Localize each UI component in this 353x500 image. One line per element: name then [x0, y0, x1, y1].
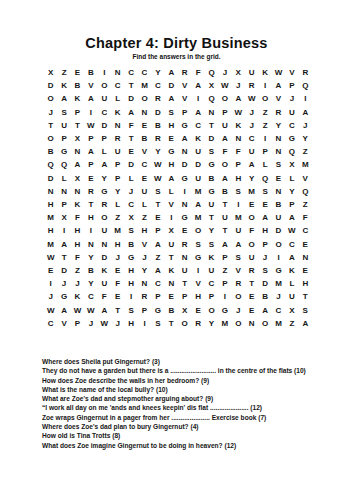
- grid-cell: D: [178, 158, 191, 171]
- grid-cell: C: [285, 119, 298, 132]
- grid-cell: R: [245, 264, 258, 277]
- grid-cell: A: [299, 317, 312, 330]
- question: Where does Sheila put Gingernut? (3): [42, 357, 343, 366]
- grid-cell: B: [71, 79, 84, 92]
- grid-cell: D: [124, 158, 137, 171]
- grid-cell: D: [98, 119, 111, 132]
- grid-cell: U: [245, 251, 258, 264]
- grid-cell: C: [124, 198, 137, 211]
- grid-cell: T: [299, 290, 312, 303]
- grid-cell: N: [57, 185, 70, 198]
- grid-cell: E: [245, 198, 258, 211]
- grid-cell: C: [151, 79, 164, 92]
- grid-cell: Z: [299, 145, 312, 158]
- word-grid: XZEBINCCYARFQJXUKWVRDKBVOCTMCDVAXWJRIAPQ…: [44, 66, 312, 330]
- grid-cell: R: [245, 79, 258, 92]
- grid-cell: Q: [299, 185, 312, 198]
- grid-cell: G: [178, 211, 191, 224]
- grid-cell: V: [178, 79, 191, 92]
- grid-cell: M: [44, 238, 57, 251]
- grid-cell: C: [98, 106, 111, 119]
- grid-cell: Q: [205, 66, 218, 79]
- question: “I work all day on me 'ands and knees ke…: [42, 403, 343, 412]
- grid-cell: P: [71, 317, 84, 330]
- grid-cell: Z: [111, 211, 124, 224]
- grid-cell: P: [285, 79, 298, 92]
- grid-cell: E: [191, 304, 204, 317]
- grid-cell: N: [111, 119, 124, 132]
- grid-cell: N: [232, 132, 245, 145]
- grid-cell: P: [151, 224, 164, 237]
- grid-cell: I: [258, 132, 271, 145]
- grid-cell: R: [151, 132, 164, 145]
- question: They do not have a garden but there is a…: [42, 366, 343, 375]
- grid-cell: V: [285, 66, 298, 79]
- grid-cell: O: [44, 92, 57, 105]
- grid-cell: Q: [57, 158, 70, 171]
- grid-cell: C: [138, 66, 151, 79]
- grid-cell: Y: [205, 224, 218, 237]
- grid-cell: V: [57, 317, 70, 330]
- grid-cell: E: [124, 145, 137, 158]
- grid-cell: G: [205, 185, 218, 198]
- grid-cell: G: [151, 304, 164, 317]
- grid-cell: R: [111, 132, 124, 145]
- grid-cell: P: [232, 158, 245, 171]
- grid-cell: U: [165, 238, 178, 251]
- question-list: Where does Sheila put Gingernut? (3)They…: [42, 357, 343, 450]
- grid-cell: I: [84, 224, 97, 237]
- grid-cell: J: [232, 79, 245, 92]
- grid-cell: R: [232, 277, 245, 290]
- grid-cell: J: [138, 251, 151, 264]
- grid-cell: H: [111, 238, 124, 251]
- grid-cell: Y: [111, 185, 124, 198]
- grid-cell: U: [98, 277, 111, 290]
- grid-cell: B: [84, 66, 97, 79]
- grid-cell: X: [71, 132, 84, 145]
- grid-cell: N: [272, 185, 285, 198]
- grid-cell: A: [165, 172, 178, 185]
- grid-cell: A: [299, 106, 312, 119]
- grid-cell: B: [218, 185, 231, 198]
- grid-cell: C: [245, 132, 258, 145]
- grid-cell: N: [138, 277, 151, 290]
- grid-cell: A: [57, 304, 70, 317]
- grid-cell: M: [299, 158, 312, 171]
- grid-cell: E: [111, 290, 124, 303]
- grid-cell: L: [111, 198, 124, 211]
- grid-cell: V: [232, 264, 245, 277]
- grid-cell: E: [84, 172, 97, 185]
- grid-cell: A: [272, 79, 285, 92]
- grid-cell: O: [205, 304, 218, 317]
- grid-cell: I: [272, 251, 285, 264]
- grid-cell: P: [285, 198, 298, 211]
- grid-cell: N: [84, 238, 97, 251]
- grid-cell: R: [178, 66, 191, 79]
- grid-cell: J: [232, 304, 245, 317]
- grid-cell: Y: [84, 251, 97, 264]
- grid-cell: J: [258, 251, 271, 264]
- grid-cell: R: [178, 238, 191, 251]
- grid-cell: A: [98, 158, 111, 171]
- grid-cell: M: [245, 185, 258, 198]
- grid-cell: I: [178, 185, 191, 198]
- grid-cell: D: [272, 224, 285, 237]
- grid-cell: C: [205, 277, 218, 290]
- grid-cell: P: [178, 106, 191, 119]
- grid-cell: Y: [151, 66, 164, 79]
- grid-cell: X: [124, 211, 137, 224]
- grid-cell: C: [111, 79, 124, 92]
- grid-cell: O: [98, 79, 111, 92]
- grid-cell: Q: [299, 79, 312, 92]
- grid-cell: J: [84, 317, 97, 330]
- grid-cell: W: [272, 66, 285, 79]
- grid-cell: D: [258, 277, 271, 290]
- grid-cell: U: [98, 224, 111, 237]
- grid-cell: X: [44, 66, 57, 79]
- grid-cell: S: [205, 145, 218, 158]
- grid-cell: N: [178, 145, 191, 158]
- grid-cell: M: [191, 211, 204, 224]
- grid-cell: O: [178, 317, 191, 330]
- grid-cell: T: [218, 224, 231, 237]
- grid-cell: O: [272, 238, 285, 251]
- grid-cell: I: [191, 92, 204, 105]
- grid-cell: F: [71, 211, 84, 224]
- grid-cell: U: [245, 66, 258, 79]
- grid-cell: P: [111, 158, 124, 171]
- grid-cell: C: [151, 277, 164, 290]
- grid-cell: W: [44, 304, 57, 317]
- grid-cell: J: [57, 277, 70, 290]
- grid-cell: C: [191, 119, 204, 132]
- grid-cell: S: [258, 185, 271, 198]
- grid-cell: R: [151, 92, 164, 105]
- grid-cell: H: [44, 198, 57, 211]
- grid-cell: Q: [44, 158, 57, 171]
- grid-cell: P: [84, 132, 97, 145]
- grid-cell: H: [44, 224, 57, 237]
- grid-cell: K: [111, 106, 124, 119]
- grid-cell: P: [57, 132, 70, 145]
- grid-cell: N: [44, 185, 57, 198]
- grid-cell: Z: [258, 106, 271, 119]
- grid-cell: K: [165, 264, 178, 277]
- grid-cell: N: [272, 132, 285, 145]
- grid-cell: A: [165, 66, 178, 79]
- grid-cell: H: [232, 172, 245, 185]
- grid-cell: A: [191, 106, 204, 119]
- grid-cell: L: [57, 172, 70, 185]
- grid-cell: K: [285, 264, 298, 277]
- grid-cell: U: [285, 106, 298, 119]
- grid-cell: O: [258, 317, 271, 330]
- grid-cell: U: [191, 172, 204, 185]
- grid-cell: Q: [258, 172, 271, 185]
- grid-cell: H: [299, 277, 312, 290]
- grid-cell: U: [285, 290, 298, 303]
- grid-cell: A: [151, 264, 164, 277]
- grid-cell: B: [165, 304, 178, 317]
- grid-cell: U: [98, 92, 111, 105]
- grid-cell: M: [272, 277, 285, 290]
- grid-cell: G: [272, 264, 285, 277]
- grid-cell: D: [44, 79, 57, 92]
- grid-cell: I: [218, 290, 231, 303]
- grid-cell: T: [151, 198, 164, 211]
- grid-cell: X: [71, 172, 84, 185]
- grid-cell: U: [138, 185, 151, 198]
- grid-cell: N: [98, 238, 111, 251]
- grid-cell: I: [57, 224, 70, 237]
- grid-cell: T: [124, 79, 137, 92]
- grid-cell: C: [138, 158, 151, 171]
- grid-cell: J: [272, 290, 285, 303]
- grid-cell: F: [245, 224, 258, 237]
- grid-cell: N: [138, 106, 151, 119]
- grid-cell: O: [138, 92, 151, 105]
- grid-cell: A: [191, 79, 204, 92]
- question: What does Zoe imagine Gingernut to be do…: [42, 441, 343, 450]
- grid-cell: E: [71, 66, 84, 79]
- grid-cell: H: [258, 224, 271, 237]
- grid-cell: J: [111, 251, 124, 264]
- grid-cell: F: [218, 145, 231, 158]
- grid-cell: T: [84, 198, 97, 211]
- grid-cell: G: [165, 145, 178, 158]
- grid-cell: A: [71, 158, 84, 171]
- grid-cell: B: [272, 198, 285, 211]
- grid-cell: G: [218, 304, 231, 317]
- grid-cell: S: [57, 106, 70, 119]
- grid-cell: Y: [151, 145, 164, 158]
- grid-cell: Y: [272, 119, 285, 132]
- grid-cell: U: [245, 145, 258, 158]
- grid-cell: K: [232, 119, 245, 132]
- grid-cell: U: [232, 224, 245, 237]
- grid-cell: D: [205, 132, 218, 145]
- grid-cell: N: [178, 198, 191, 211]
- grid-cell: W: [218, 79, 231, 92]
- grid-cell: N: [71, 145, 84, 158]
- grid-cell: E: [151, 211, 164, 224]
- grid-cell: V: [84, 79, 97, 92]
- grid-cell: T: [111, 304, 124, 317]
- grid-cell: F: [71, 251, 84, 264]
- grid-cell: R: [299, 66, 312, 79]
- grid-cell: N: [165, 277, 178, 290]
- grid-cell: P: [151, 290, 164, 303]
- grid-cell: W: [71, 304, 84, 317]
- grid-cell: Q: [205, 92, 218, 105]
- grid-cell: K: [191, 132, 204, 145]
- grid-cell: P: [218, 106, 231, 119]
- grid-cell: K: [71, 92, 84, 105]
- grid-cell: A: [232, 92, 245, 105]
- grid-cell: F: [111, 277, 124, 290]
- grid-cell: O: [98, 211, 111, 224]
- grid-cell: R: [138, 290, 151, 303]
- grid-cell: E: [299, 264, 312, 277]
- grid-cell: E: [138, 119, 151, 132]
- grid-cell: P: [218, 251, 231, 264]
- grid-cell: Y: [205, 317, 218, 330]
- question: Where does Zoe's dad plan to bury Ginger…: [42, 422, 343, 431]
- grid-cell: S: [272, 158, 285, 171]
- grid-cell: F: [191, 66, 204, 79]
- grid-cell: G: [191, 251, 204, 264]
- grid-cell: Y: [299, 132, 312, 145]
- grid-cell: K: [71, 290, 84, 303]
- grid-cell: O: [191, 224, 204, 237]
- grid-cell: P: [111, 172, 124, 185]
- grid-cell: X: [165, 224, 178, 237]
- grid-cell: P: [218, 277, 231, 290]
- grid-cell: R: [84, 185, 97, 198]
- grid-cell: Z: [299, 198, 312, 211]
- grid-cell: A: [124, 106, 137, 119]
- grid-cell: O: [258, 92, 271, 105]
- grid-cell: U: [57, 119, 70, 132]
- grid-cell: E: [258, 198, 271, 211]
- question: What are Zoe's dad and stepmother arguin…: [42, 394, 343, 403]
- grid-cell: S: [191, 238, 204, 251]
- grid-cell: Z: [71, 264, 84, 277]
- grid-cell: P: [84, 158, 97, 171]
- grid-cell: K: [205, 251, 218, 264]
- grid-cell: I: [124, 290, 137, 303]
- grid-cell: S: [232, 251, 245, 264]
- grid-cell: E: [111, 264, 124, 277]
- grid-cell: Q: [285, 145, 298, 158]
- grid-cell: D: [165, 79, 178, 92]
- grid-cell: L: [124, 172, 137, 185]
- grid-cell: T: [44, 119, 57, 132]
- grid-cell: U: [111, 145, 124, 158]
- grid-cell: E: [299, 238, 312, 251]
- grid-cell: Z: [285, 317, 298, 330]
- grid-cell: V: [178, 92, 191, 105]
- grid-cell: W: [245, 92, 258, 105]
- grid-cell: D: [124, 92, 137, 105]
- grid-cell: A: [285, 211, 298, 224]
- grid-cell: U: [205, 264, 218, 277]
- grid-cell: J: [245, 106, 258, 119]
- grid-cell: D: [98, 251, 111, 264]
- grid-cell: T: [71, 119, 84, 132]
- grid-cell: E: [245, 290, 258, 303]
- grid-cell: A: [98, 304, 111, 317]
- grid-cell: X: [285, 304, 298, 317]
- grid-cell: W: [44, 251, 57, 264]
- grid-cell: P: [57, 198, 70, 211]
- grid-cell: P: [258, 145, 271, 158]
- grid-cell: R: [98, 198, 111, 211]
- grid-cell: U: [272, 211, 285, 224]
- grid-cell: S: [205, 238, 218, 251]
- grid-cell: A: [285, 251, 298, 264]
- grid-cell: Z: [258, 119, 271, 132]
- grid-cell: U: [191, 145, 204, 158]
- grid-cell: N: [272, 145, 285, 158]
- grid-cell: G: [285, 132, 298, 145]
- grid-cell: C: [272, 304, 285, 317]
- grid-cell: C: [299, 224, 312, 237]
- grid-cell: Y: [285, 185, 298, 198]
- grid-cell: A: [178, 132, 191, 145]
- grid-cell: G: [205, 158, 218, 171]
- grid-cell: A: [191, 198, 204, 211]
- grid-cell: X: [285, 158, 298, 171]
- grid-cell: E: [44, 264, 57, 277]
- grid-cell: I: [44, 277, 57, 290]
- grid-cell: H: [138, 224, 151, 237]
- grid-cell: J: [245, 119, 258, 132]
- grid-cell: W: [151, 172, 164, 185]
- grid-cell: F: [124, 119, 137, 132]
- grid-cell: O: [245, 238, 258, 251]
- grid-cell: X: [57, 211, 70, 224]
- grid-cell: H: [71, 224, 84, 237]
- grid-cell: V: [191, 277, 204, 290]
- grid-cell: B: [258, 290, 271, 303]
- grid-cell: H: [191, 290, 204, 303]
- question: How old is Tina Trotts (8): [42, 431, 343, 440]
- grid-cell: H: [124, 277, 137, 290]
- grid-cell: N: [245, 317, 258, 330]
- grid-cell: P: [178, 290, 191, 303]
- grid-cell: I: [232, 198, 245, 211]
- grid-cell: Z: [151, 251, 164, 264]
- grid-cell: K: [258, 66, 271, 79]
- grid-cell: Z: [138, 211, 151, 224]
- grid-cell: N: [299, 251, 312, 264]
- grid-cell: W: [232, 106, 245, 119]
- grid-cell: E: [138, 172, 151, 185]
- grid-cell: M: [272, 317, 285, 330]
- grid-cell: N: [111, 66, 124, 79]
- grid-cell: G: [178, 119, 191, 132]
- grid-cell: D: [151, 106, 164, 119]
- grid-cell: Y: [84, 277, 97, 290]
- page-subtitle: Find the answers in the grid.: [0, 53, 353, 60]
- grid-cell: A: [57, 238, 70, 251]
- grid-cell: L: [98, 145, 111, 158]
- grid-cell: F: [232, 145, 245, 158]
- grid-cell: V: [272, 92, 285, 105]
- grid-cell: P: [98, 132, 111, 145]
- grid-cell: O: [232, 317, 245, 330]
- grid-cell: O: [44, 132, 57, 145]
- grid-cell: L: [138, 198, 151, 211]
- grid-cell: S: [232, 185, 245, 198]
- grid-cell: X: [205, 79, 218, 92]
- grid-cell: A: [258, 304, 271, 317]
- grid-cell: O: [218, 92, 231, 105]
- grid-cell: T: [245, 277, 258, 290]
- grid-cell: S: [124, 304, 137, 317]
- grid-cell: D: [44, 172, 57, 185]
- grid-cell: U: [218, 211, 231, 224]
- grid-cell: A: [218, 172, 231, 185]
- grid-cell: G: [57, 145, 70, 158]
- grid-cell: S: [165, 106, 178, 119]
- grid-cell: R: [191, 317, 204, 330]
- grid-cell: C: [44, 317, 57, 330]
